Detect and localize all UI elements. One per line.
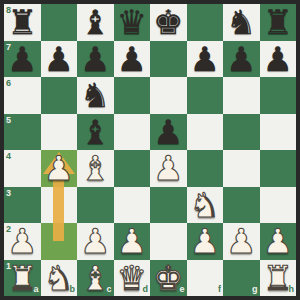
square-f6[interactable] [187, 77, 224, 114]
square-a7[interactable]: 7♟ [4, 41, 41, 78]
piece-white-rook[interactable]: ♜ [263, 261, 293, 295]
square-a1[interactable]: 1a♜ [4, 260, 41, 297]
square-h4[interactable] [260, 150, 297, 187]
square-d8[interactable]: ♛ [114, 4, 151, 41]
piece-black-rook[interactable]: ♜ [263, 5, 293, 39]
square-e7[interactable] [150, 41, 187, 78]
square-e1[interactable]: e♚ [150, 260, 187, 297]
square-a8[interactable]: 8♜ [4, 4, 41, 41]
piece-white-bishop[interactable]: ♝ [80, 151, 110, 185]
square-a4[interactable]: 4 [4, 150, 41, 187]
piece-white-pawn[interactable]: ♟ [117, 224, 147, 258]
piece-white-pawn[interactable]: ♟ [263, 224, 293, 258]
piece-white-pawn[interactable]: ♟ [44, 151, 74, 185]
square-a5[interactable]: 5 [4, 114, 41, 151]
file-label-g: g [252, 285, 258, 294]
square-h7[interactable]: ♟ [260, 41, 297, 78]
square-g2[interactable]: ♟ [223, 223, 260, 260]
rank-label-6: 6 [6, 79, 11, 88]
square-e8[interactable]: ♚ [150, 4, 187, 41]
square-b6[interactable] [41, 77, 78, 114]
piece-black-knight[interactable]: ♞ [226, 5, 256, 39]
piece-white-bishop[interactable]: ♝ [80, 261, 110, 295]
piece-black-bishop[interactable]: ♝ [80, 5, 110, 39]
square-f3[interactable]: ♞ [187, 187, 224, 224]
square-b5[interactable] [41, 114, 78, 151]
square-d1[interactable]: d♛ [114, 260, 151, 297]
square-c6[interactable]: ♞ [77, 77, 114, 114]
piece-white-queen[interactable]: ♛ [117, 261, 147, 295]
square-c2[interactable]: ♟ [77, 223, 114, 260]
square-c1[interactable]: c♝ [77, 260, 114, 297]
square-c8[interactable]: ♝ [77, 4, 114, 41]
piece-white-pawn[interactable]: ♟ [80, 224, 110, 258]
square-g5[interactable] [223, 114, 260, 151]
piece-black-rook[interactable]: ♜ [7, 5, 37, 39]
piece-white-knight[interactable]: ♞ [44, 261, 74, 295]
square-g7[interactable]: ♟ [223, 41, 260, 78]
square-g4[interactable] [223, 150, 260, 187]
square-a3[interactable]: 3 [4, 187, 41, 224]
square-c4[interactable]: ♝ [77, 150, 114, 187]
square-h3[interactable] [260, 187, 297, 224]
piece-black-pawn[interactable]: ♟ [153, 115, 183, 149]
square-d6[interactable] [114, 77, 151, 114]
piece-black-king[interactable]: ♚ [153, 5, 183, 39]
square-e3[interactable] [150, 187, 187, 224]
rank-label-3: 3 [6, 189, 11, 198]
piece-white-pawn[interactable]: ♟ [226, 224, 256, 258]
square-d5[interactable] [114, 114, 151, 151]
square-g3[interactable] [223, 187, 260, 224]
piece-black-pawn[interactable]: ♟ [263, 42, 293, 76]
square-e5[interactable]: ♟ [150, 114, 187, 151]
piece-white-pawn[interactable]: ♟ [153, 151, 183, 185]
file-label-f: f [218, 285, 221, 294]
square-b4[interactable]: ♟ [41, 150, 78, 187]
square-e4[interactable]: ♟ [150, 150, 187, 187]
piece-white-knight[interactable]: ♞ [190, 188, 220, 222]
square-f8[interactable] [187, 4, 224, 41]
piece-black-pawn[interactable]: ♟ [80, 42, 110, 76]
square-c7[interactable]: ♟ [77, 41, 114, 78]
piece-black-pawn[interactable]: ♟ [44, 42, 74, 76]
square-f2[interactable]: ♟ [187, 223, 224, 260]
square-h6[interactable] [260, 77, 297, 114]
square-g8[interactable]: ♞ [223, 4, 260, 41]
piece-white-king[interactable]: ♚ [153, 261, 183, 295]
square-h1[interactable]: h♜ [260, 260, 297, 297]
square-e2[interactable] [150, 223, 187, 260]
rank-label-4: 4 [6, 152, 11, 161]
square-a6[interactable]: 6 [4, 77, 41, 114]
square-c5[interactable]: ♝ [77, 114, 114, 151]
piece-black-pawn[interactable]: ♟ [190, 42, 220, 76]
square-b2[interactable] [41, 223, 78, 260]
piece-white-pawn[interactable]: ♟ [190, 224, 220, 258]
square-b3[interactable] [41, 187, 78, 224]
square-f4[interactable] [187, 150, 224, 187]
square-b7[interactable]: ♟ [41, 41, 78, 78]
square-f5[interactable] [187, 114, 224, 151]
square-c3[interactable] [77, 187, 114, 224]
piece-black-queen[interactable]: ♛ [117, 5, 147, 39]
square-h8[interactable]: ♜ [260, 4, 297, 41]
piece-black-pawn[interactable]: ♟ [7, 42, 37, 76]
piece-white-pawn[interactable]: ♟ [7, 224, 37, 258]
square-e6[interactable] [150, 77, 187, 114]
chess-board: 8♜♝♛♚♞♜7♟♟♟♟♟♟♟6♞5♝♟4♟♝♟3♞2♟♟♟♟♟♟1a♜b♞c♝… [4, 4, 296, 296]
square-d7[interactable]: ♟ [114, 41, 151, 78]
piece-black-knight[interactable]: ♞ [80, 78, 110, 112]
square-a2[interactable]: 2♟ [4, 223, 41, 260]
square-g6[interactable] [223, 77, 260, 114]
square-d3[interactable] [114, 187, 151, 224]
rank-label-5: 5 [6, 116, 11, 125]
square-f7[interactable]: ♟ [187, 41, 224, 78]
piece-white-rook[interactable]: ♜ [7, 261, 37, 295]
square-d2[interactable]: ♟ [114, 223, 151, 260]
piece-black-pawn[interactable]: ♟ [117, 42, 147, 76]
square-b8[interactable] [41, 4, 78, 41]
square-h5[interactable] [260, 114, 297, 151]
square-d4[interactable] [114, 150, 151, 187]
square-h2[interactable]: ♟ [260, 223, 297, 260]
piece-black-bishop[interactable]: ♝ [80, 115, 110, 149]
piece-black-pawn[interactable]: ♟ [226, 42, 256, 76]
square-b1[interactable]: b♞ [41, 260, 78, 297]
board-frame: 8♜♝♛♚♞♜7♟♟♟♟♟♟♟6♞5♝♟4♟♝♟3♞2♟♟♟♟♟♟1a♜b♞c♝… [0, 0, 300, 300]
square-f1[interactable]: f [187, 260, 224, 297]
square-g1[interactable]: g [223, 260, 260, 297]
